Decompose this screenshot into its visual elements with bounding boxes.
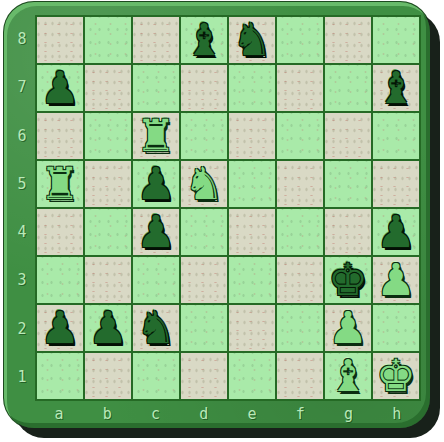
piece-black-knight[interactable]: ♞ [136,305,175,351]
file-labels: abcdefgh [35,400,421,428]
piece-white-rook[interactable]: ♜ [136,113,175,159]
square-c6[interactable]: ♜ [133,113,179,159]
square-a4[interactable] [37,209,83,255]
square-f6[interactable] [277,113,323,159]
file-label-e: e [228,400,276,428]
file-label-f: f [276,400,324,428]
square-h3[interactable]: ♟ [373,257,419,303]
square-d7[interactable] [181,65,227,111]
square-f1[interactable] [277,353,323,399]
piece-black-pawn[interactable]: ♟ [136,209,175,255]
piece-black-pawn[interactable]: ♟ [376,209,415,255]
square-h5[interactable] [373,161,419,207]
piece-white-rook[interactable]: ♜ [40,161,79,207]
square-c5[interactable]: ♟ [133,161,179,207]
square-e4[interactable] [229,209,275,255]
square-d6[interactable] [181,113,227,159]
square-a3[interactable] [37,257,83,303]
square-c3[interactable] [133,257,179,303]
square-a7[interactable]: ♟ [37,65,83,111]
square-f3[interactable] [277,257,323,303]
square-f8[interactable] [277,17,323,63]
square-g1[interactable]: ♝ [325,353,371,399]
square-b4[interactable] [85,209,131,255]
rank-label-1: 1 [10,353,34,401]
square-h1[interactable]: ♚ [373,353,419,399]
rank-label-2: 2 [10,305,34,353]
square-d4[interactable] [181,209,227,255]
square-e7[interactable] [229,65,275,111]
square-g7[interactable] [325,65,371,111]
file-label-a: a [35,400,83,428]
square-f2[interactable] [277,305,323,351]
square-a2[interactable]: ♟ [37,305,83,351]
square-c8[interactable] [133,17,179,63]
square-c7[interactable] [133,65,179,111]
square-c4[interactable]: ♟ [133,209,179,255]
file-label-b: b [83,400,131,428]
square-d8[interactable]: ♝ [181,17,227,63]
square-b5[interactable] [85,161,131,207]
file-label-g: g [325,400,373,428]
piece-black-pawn[interactable]: ♟ [88,305,127,351]
square-d1[interactable] [181,353,227,399]
file-label-h: h [373,400,421,428]
board-frame: 87654321 abcdefgh ♝♞♟♝♜♜♟♞♟♟♚♟♟♟♞♟♝♚ [4,2,430,428]
square-d3[interactable] [181,257,227,303]
square-f5[interactable] [277,161,323,207]
chessboard-window: 87654321 abcdefgh ♝♞♟♝♜♜♟♞♟♟♚♟♟♟♞♟♝♚ [0,0,444,442]
rank-label-7: 7 [10,63,34,111]
square-e3[interactable] [229,257,275,303]
rank-label-3: 3 [10,256,34,304]
piece-black-pawn[interactable]: ♟ [40,305,79,351]
square-a1[interactable] [37,353,83,399]
piece-black-king[interactable]: ♚ [328,257,367,303]
piece-white-pawn[interactable]: ♟ [376,257,415,303]
square-a8[interactable] [37,17,83,63]
square-h7[interactable]: ♝ [373,65,419,111]
square-c1[interactable] [133,353,179,399]
piece-white-pawn[interactable]: ♟ [328,305,367,351]
square-f7[interactable] [277,65,323,111]
square-b1[interactable] [85,353,131,399]
square-b3[interactable] [85,257,131,303]
piece-black-pawn[interactable]: ♟ [40,65,79,111]
square-e5[interactable] [229,161,275,207]
square-a5[interactable]: ♜ [37,161,83,207]
square-g5[interactable] [325,161,371,207]
square-d2[interactable] [181,305,227,351]
piece-black-bishop[interactable]: ♝ [376,65,415,111]
rank-labels: 87654321 [10,15,34,401]
square-d5[interactable]: ♞ [181,161,227,207]
square-e6[interactable] [229,113,275,159]
square-g3[interactable]: ♚ [325,257,371,303]
file-label-c: c [132,400,180,428]
piece-black-knight[interactable]: ♞ [232,17,271,63]
piece-white-knight[interactable]: ♞ [184,161,223,207]
file-label-d: d [180,400,228,428]
rank-label-8: 8 [10,15,34,63]
square-e8[interactable]: ♞ [229,17,275,63]
square-b8[interactable] [85,17,131,63]
square-e2[interactable] [229,305,275,351]
piece-white-bishop[interactable]: ♝ [328,353,367,399]
square-a6[interactable] [37,113,83,159]
piece-black-pawn[interactable]: ♟ [136,161,175,207]
rank-label-6: 6 [10,112,34,160]
square-b7[interactable] [85,65,131,111]
square-g2[interactable]: ♟ [325,305,371,351]
square-g4[interactable] [325,209,371,255]
square-b2[interactable]: ♟ [85,305,131,351]
square-g6[interactable] [325,113,371,159]
rank-label-5: 5 [10,160,34,208]
square-h2[interactable] [373,305,419,351]
square-g8[interactable] [325,17,371,63]
piece-white-king[interactable]: ♚ [376,353,415,399]
square-h6[interactable] [373,113,419,159]
square-e1[interactable] [229,353,275,399]
square-c2[interactable]: ♞ [133,305,179,351]
chess-board: ♝♞♟♝♜♜♟♞♟♟♚♟♟♟♞♟♝♚ [35,15,421,401]
square-b6[interactable] [85,113,131,159]
square-f4[interactable] [277,209,323,255]
square-h4[interactable]: ♟ [373,209,419,255]
square-h8[interactable] [373,17,419,63]
rank-label-4: 4 [10,208,34,256]
piece-black-bishop[interactable]: ♝ [184,17,223,63]
